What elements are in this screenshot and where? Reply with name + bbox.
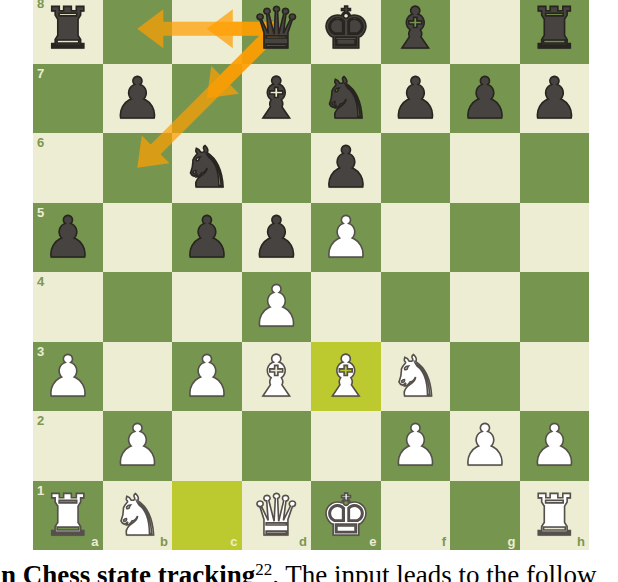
square-d1[interactable]: d♛ bbox=[242, 481, 312, 551]
piece-black-pawn-g7[interactable]: ♟ bbox=[459, 64, 510, 134]
rank-label-3: 3 bbox=[37, 344, 44, 359]
piece-black-pawn-d5[interactable]: ♟ bbox=[251, 203, 302, 273]
rank-label-2: 2 bbox=[37, 413, 44, 428]
square-b3[interactable] bbox=[103, 342, 173, 412]
square-e6[interactable]: ♟ bbox=[311, 133, 381, 203]
piece-black-rook-h8[interactable]: ♜ bbox=[529, 0, 580, 64]
square-e1[interactable]: e♚ bbox=[311, 481, 381, 551]
square-h1[interactable]: h♜ bbox=[520, 481, 590, 551]
piece-white-queen-d1[interactable]: ♛ bbox=[251, 481, 302, 551]
square-b1[interactable]: b♞ bbox=[103, 481, 173, 551]
piece-black-bishop-f8[interactable]: ♝ bbox=[390, 0, 441, 64]
square-h5[interactable] bbox=[520, 203, 590, 273]
file-label-e: e bbox=[369, 534, 376, 549]
square-d3[interactable]: ♝ bbox=[242, 342, 312, 412]
file-label-d: d bbox=[299, 534, 307, 549]
square-e4[interactable] bbox=[311, 272, 381, 342]
square-b8[interactable] bbox=[103, 0, 173, 64]
piece-white-pawn-b2[interactable]: ♟ bbox=[112, 411, 163, 481]
page: 8♜♛♚♝♜7♟♝♞♟♟♟6♞♟5♟♟♟♟4♟3♟♟♝♝♞2♟♟♟♟1a♜b♞c… bbox=[0, 0, 618, 582]
square-a8[interactable]: 8♜ bbox=[33, 0, 103, 64]
square-d8[interactable]: ♛ bbox=[242, 0, 312, 64]
file-label-g: g bbox=[508, 534, 516, 549]
square-a3[interactable]: 3♟ bbox=[33, 342, 103, 412]
square-c6[interactable]: ♞ bbox=[172, 133, 242, 203]
piece-black-bishop-d7[interactable]: ♝ bbox=[251, 64, 302, 134]
square-f8[interactable]: ♝ bbox=[381, 0, 451, 64]
figure-caption: n Chess state tracking22. The input lead… bbox=[1, 562, 596, 582]
square-d2[interactable] bbox=[242, 411, 312, 481]
square-c7[interactable] bbox=[172, 64, 242, 134]
square-c1[interactable]: c bbox=[172, 481, 242, 551]
piece-black-knight-e7[interactable]: ♞ bbox=[320, 64, 371, 134]
square-c8[interactable] bbox=[172, 0, 242, 64]
piece-black-pawn-a5[interactable]: ♟ bbox=[42, 203, 93, 273]
file-label-f: f bbox=[442, 534, 446, 549]
square-g2[interactable]: ♟ bbox=[450, 411, 520, 481]
square-h2[interactable]: ♟ bbox=[520, 411, 590, 481]
piece-white-pawn-f2[interactable]: ♟ bbox=[390, 411, 441, 481]
square-b4[interactable] bbox=[103, 272, 173, 342]
rank-label-1: 1 bbox=[37, 483, 44, 498]
square-b7[interactable]: ♟ bbox=[103, 64, 173, 134]
piece-black-queen-d8[interactable]: ♛ bbox=[251, 0, 302, 64]
square-e8[interactable]: ♚ bbox=[311, 0, 381, 64]
square-h3[interactable] bbox=[520, 342, 590, 412]
square-a7[interactable]: 7 bbox=[33, 64, 103, 134]
piece-white-pawn-g2[interactable]: ♟ bbox=[459, 411, 510, 481]
square-e7[interactable]: ♞ bbox=[311, 64, 381, 134]
piece-black-knight-c6[interactable]: ♞ bbox=[181, 133, 232, 203]
square-g4[interactable] bbox=[450, 272, 520, 342]
square-c2[interactable] bbox=[172, 411, 242, 481]
square-f4[interactable] bbox=[381, 272, 451, 342]
rank-label-5: 5 bbox=[37, 205, 44, 220]
square-g3[interactable] bbox=[450, 342, 520, 412]
square-d5[interactable]: ♟ bbox=[242, 203, 312, 273]
square-h8[interactable]: ♜ bbox=[520, 0, 590, 64]
piece-white-pawn-c3[interactable]: ♟ bbox=[181, 342, 232, 412]
square-d7[interactable]: ♝ bbox=[242, 64, 312, 134]
rank-label-7: 7 bbox=[37, 66, 44, 81]
piece-white-knight-f3[interactable]: ♞ bbox=[390, 342, 441, 412]
square-f6[interactable] bbox=[381, 133, 451, 203]
square-g1[interactable]: g bbox=[450, 481, 520, 551]
piece-black-pawn-h7[interactable]: ♟ bbox=[529, 64, 580, 134]
square-c4[interactable] bbox=[172, 272, 242, 342]
square-c3[interactable]: ♟ bbox=[172, 342, 242, 412]
piece-white-pawn-h2[interactable]: ♟ bbox=[529, 411, 580, 481]
square-e3[interactable]: ♝ bbox=[311, 342, 381, 412]
square-g6[interactable] bbox=[450, 133, 520, 203]
square-a4[interactable]: 4 bbox=[33, 272, 103, 342]
rank-label-8: 8 bbox=[37, 0, 44, 11]
piece-white-bishop-d3[interactable]: ♝ bbox=[251, 342, 302, 412]
square-a1[interactable]: 1a♜ bbox=[33, 481, 103, 551]
piece-white-rook-a1[interactable]: ♜ bbox=[42, 481, 93, 551]
piece-white-king-e1[interactable]: ♚ bbox=[320, 481, 371, 551]
rank-label-4: 4 bbox=[37, 274, 44, 289]
square-e5[interactable]: ♟ bbox=[311, 203, 381, 273]
piece-black-pawn-b7[interactable]: ♟ bbox=[112, 64, 163, 134]
square-a6[interactable]: 6 bbox=[33, 133, 103, 203]
piece-white-bishop-e3[interactable]: ♝ bbox=[320, 342, 371, 412]
square-b6[interactable] bbox=[103, 133, 173, 203]
chess-board[interactable]: 8♜♛♚♝♜7♟♝♞♟♟♟6♞♟5♟♟♟♟4♟3♟♟♝♝♞2♟♟♟♟1a♜b♞c… bbox=[33, 0, 589, 550]
file-label-a: a bbox=[91, 534, 98, 549]
piece-black-rook-a8[interactable]: ♜ bbox=[42, 0, 93, 64]
file-label-h: h bbox=[577, 534, 585, 549]
piece-black-pawn-c5[interactable]: ♟ bbox=[181, 203, 232, 273]
square-b2[interactable]: ♟ bbox=[103, 411, 173, 481]
square-g7[interactable]: ♟ bbox=[450, 64, 520, 134]
piece-black-king-e8[interactable]: ♚ bbox=[320, 0, 371, 64]
piece-white-pawn-d4[interactable]: ♟ bbox=[251, 272, 302, 342]
file-label-c: c bbox=[230, 534, 237, 549]
square-h4[interactable] bbox=[520, 272, 590, 342]
piece-white-pawn-a3[interactable]: ♟ bbox=[42, 342, 93, 412]
piece-black-pawn-e6[interactable]: ♟ bbox=[320, 133, 371, 203]
caption-bold-text: n Chess state tracking bbox=[1, 560, 255, 582]
square-e2[interactable] bbox=[311, 411, 381, 481]
caption-rest-text: . The input leads to the follow bbox=[272, 560, 596, 582]
square-h6[interactable] bbox=[520, 133, 590, 203]
square-c5[interactable]: ♟ bbox=[172, 203, 242, 273]
square-b5[interactable] bbox=[103, 203, 173, 273]
square-d6[interactable] bbox=[242, 133, 312, 203]
piece-white-rook-h1[interactable]: ♜ bbox=[529, 481, 580, 551]
square-f5[interactable] bbox=[381, 203, 451, 273]
square-g8[interactable] bbox=[450, 0, 520, 64]
square-f7[interactable]: ♟ bbox=[381, 64, 451, 134]
piece-white-knight-b1[interactable]: ♞ bbox=[112, 481, 163, 551]
piece-white-pawn-e5[interactable]: ♟ bbox=[320, 203, 371, 273]
caption-footnote-number: 22 bbox=[255, 560, 272, 579]
square-a5[interactable]: 5♟ bbox=[33, 203, 103, 273]
square-f2[interactable]: ♟ bbox=[381, 411, 451, 481]
square-g5[interactable] bbox=[450, 203, 520, 273]
square-a2[interactable]: 2 bbox=[33, 411, 103, 481]
piece-black-pawn-f7[interactable]: ♟ bbox=[390, 64, 441, 134]
square-d4[interactable]: ♟ bbox=[242, 272, 312, 342]
square-f1[interactable]: f bbox=[381, 481, 451, 551]
file-label-b: b bbox=[160, 534, 168, 549]
square-f3[interactable]: ♞ bbox=[381, 342, 451, 412]
rank-label-6: 6 bbox=[37, 135, 44, 150]
square-h7[interactable]: ♟ bbox=[520, 64, 590, 134]
board-area: 8♜♛♚♝♜7♟♝♞♟♟♟6♞♟5♟♟♟♟4♟3♟♟♝♝♞2♟♟♟♟1a♜b♞c… bbox=[33, 0, 589, 550]
